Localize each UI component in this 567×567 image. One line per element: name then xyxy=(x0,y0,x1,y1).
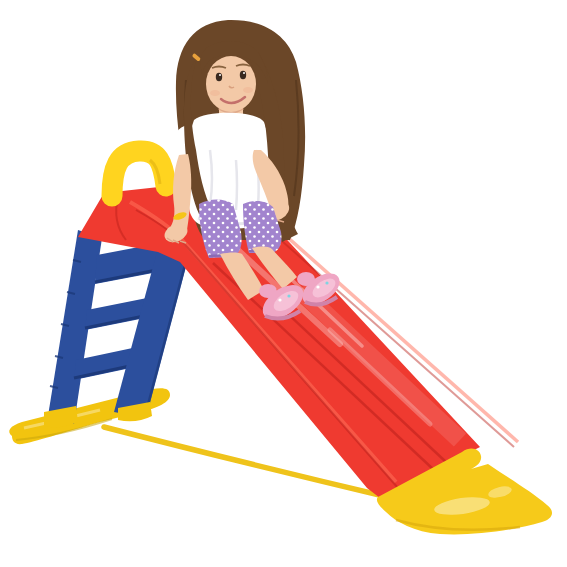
girl-blush-right xyxy=(243,87,253,93)
girl-face xyxy=(206,56,256,112)
girl-blush-left xyxy=(210,90,220,96)
product-photo xyxy=(0,0,567,567)
girl-left-eye xyxy=(216,73,222,81)
slide-photo-illustration xyxy=(0,0,567,567)
girl-right-eye xyxy=(240,71,246,79)
